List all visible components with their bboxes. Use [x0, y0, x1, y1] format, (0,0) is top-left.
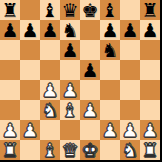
square-b5[interactable] [20, 60, 40, 80]
square-c3[interactable]: ♞ [40, 100, 60, 120]
square-g2[interactable]: ♟ [120, 120, 140, 140]
black-pawn: ♟ [141, 20, 158, 40]
square-a5[interactable] [0, 60, 20, 80]
square-f2[interactable]: ♟ [100, 120, 120, 140]
black-pawn: ♟ [61, 40, 78, 60]
white-knight: ♞ [41, 100, 58, 120]
square-a7[interactable]: ♟ [0, 20, 20, 40]
square-h1[interactable]: ♜ [140, 140, 160, 160]
white-rook: ♜ [141, 140, 158, 160]
square-b7[interactable]: ♟ [20, 20, 40, 40]
square-g3[interactable] [120, 100, 140, 120]
square-a2[interactable]: ♟ [0, 120, 20, 140]
square-e6[interactable] [80, 40, 100, 60]
square-a4[interactable] [0, 80, 20, 100]
square-e1[interactable]: ♚ [80, 140, 100, 160]
square-e5[interactable]: ♟ [80, 60, 100, 80]
black-bishop: ♝ [41, 0, 58, 20]
square-b1[interactable] [20, 140, 40, 160]
white-rook: ♜ [1, 140, 18, 160]
square-f7[interactable]: ♟ [100, 20, 120, 40]
white-knight: ♞ [121, 140, 138, 160]
square-f8[interactable]: ♝ [100, 0, 120, 20]
square-d6[interactable]: ♟ [60, 40, 80, 60]
white-pawn: ♟ [21, 120, 38, 140]
square-h7[interactable]: ♟ [140, 20, 160, 40]
white-bishop: ♝ [61, 100, 78, 120]
square-a6[interactable] [0, 40, 20, 60]
square-d5[interactable] [60, 60, 80, 80]
black-knight: ♞ [101, 40, 118, 60]
square-b4[interactable] [20, 80, 40, 100]
square-c5[interactable] [40, 60, 60, 80]
square-a3[interactable] [0, 100, 20, 120]
square-h8[interactable]: ♜ [140, 0, 160, 20]
square-c2[interactable] [40, 120, 60, 140]
square-f3[interactable] [100, 100, 120, 120]
black-pawn: ♟ [101, 20, 118, 40]
white-bishop: ♝ [41, 140, 58, 160]
black-rook: ♜ [141, 0, 158, 20]
square-e4[interactable] [80, 80, 100, 100]
square-g8[interactable] [120, 0, 140, 20]
square-h2[interactable]: ♟ [140, 120, 160, 140]
white-pawn: ♟ [101, 120, 118, 140]
square-a8[interactable]: ♜ [0, 0, 20, 20]
square-b8[interactable] [20, 0, 40, 20]
square-b3[interactable] [20, 100, 40, 120]
square-d4[interactable]: ♟ [60, 80, 80, 100]
black-bishop: ♝ [101, 0, 118, 20]
black-knight: ♞ [61, 20, 78, 40]
black-queen: ♛ [61, 0, 78, 20]
square-c6[interactable] [40, 40, 60, 60]
square-d7[interactable]: ♞ [60, 20, 80, 40]
black-pawn: ♟ [121, 20, 138, 40]
square-h6[interactable] [140, 40, 160, 60]
square-f4[interactable] [100, 80, 120, 100]
square-h3[interactable] [140, 100, 160, 120]
square-f5[interactable] [100, 60, 120, 80]
white-pawn: ♟ [1, 120, 18, 140]
white-king: ♚ [81, 140, 98, 160]
square-h4[interactable] [140, 80, 160, 100]
chess-board: ♜♝♛♚♝♜♟♟♟♞♟♟♟♟♞♟♟♟♞♝♟♟♟♟♟♟♜♝♛♚♞♜ [0, 0, 162, 162]
white-pawn: ♟ [121, 120, 138, 140]
square-h5[interactable] [140, 60, 160, 80]
square-c7[interactable]: ♟ [40, 20, 60, 40]
square-c1[interactable]: ♝ [40, 140, 60, 160]
white-pawn: ♟ [141, 120, 158, 140]
square-e2[interactable] [80, 120, 100, 140]
square-f6[interactable]: ♞ [100, 40, 120, 60]
square-d3[interactable]: ♝ [60, 100, 80, 120]
white-pawn: ♟ [41, 80, 58, 100]
black-rook: ♜ [1, 0, 18, 20]
square-e8[interactable]: ♚ [80, 0, 100, 20]
square-e7[interactable] [80, 20, 100, 40]
white-pawn: ♟ [61, 80, 78, 100]
square-g4[interactable] [120, 80, 140, 100]
black-pawn: ♟ [1, 20, 18, 40]
black-pawn: ♟ [41, 20, 58, 40]
square-g1[interactable]: ♞ [120, 140, 140, 160]
square-f1[interactable] [100, 140, 120, 160]
square-g6[interactable] [120, 40, 140, 60]
square-c8[interactable]: ♝ [40, 0, 60, 20]
chess-board-container: ♜♝♛♚♝♜♟♟♟♞♟♟♟♟♞♟♟♟♞♝♟♟♟♟♟♟♜♝♛♚♞♜ [0, 0, 162, 162]
square-c4[interactable]: ♟ [40, 80, 60, 100]
square-b2[interactable]: ♟ [20, 120, 40, 140]
square-g5[interactable] [120, 60, 140, 80]
square-g7[interactable]: ♟ [120, 20, 140, 40]
white-queen: ♛ [61, 140, 78, 160]
square-d1[interactable]: ♛ [60, 140, 80, 160]
square-e3[interactable]: ♟ [80, 100, 100, 120]
square-d8[interactable]: ♛ [60, 0, 80, 20]
black-pawn: ♟ [21, 20, 38, 40]
square-d2[interactable] [60, 120, 80, 140]
black-king: ♚ [81, 0, 98, 20]
square-b6[interactable] [20, 40, 40, 60]
white-pawn: ♟ [81, 100, 98, 120]
square-a1[interactable]: ♜ [0, 140, 20, 160]
black-pawn: ♟ [81, 60, 98, 80]
